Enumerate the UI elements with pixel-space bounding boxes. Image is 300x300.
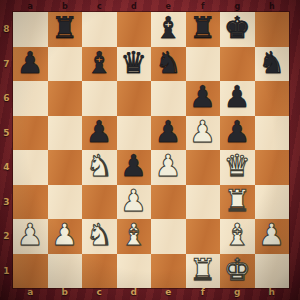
square-h7[interactable]: ♞ <box>255 47 290 82</box>
rank-label-2: 2 <box>0 219 13 254</box>
square-d7[interactable]: ♛ <box>117 47 152 82</box>
square-b2[interactable]: ♟ <box>48 219 83 254</box>
file-label-bottom-h: h <box>255 285 290 299</box>
square-f3[interactable] <box>186 185 221 220</box>
square-c5[interactable]: ♟ <box>82 116 117 151</box>
black-pawn: ♟ <box>120 151 147 181</box>
black-pawn: ♟ <box>224 82 251 112</box>
square-c1[interactable] <box>82 254 117 289</box>
black-pawn: ♟ <box>86 117 113 147</box>
square-g2[interactable]: ♝ <box>220 219 255 254</box>
rank-label-4: 4 <box>0 150 13 185</box>
square-e1[interactable] <box>151 254 186 289</box>
square-b5[interactable] <box>48 116 83 151</box>
rank-label-3: 3 <box>0 185 13 220</box>
square-g8[interactable]: ♚ <box>220 12 255 47</box>
square-b8[interactable]: ♜ <box>48 12 83 47</box>
chess-diagram: abcdefgh 87654321 ♜♝♜♚♟♝♛♞♞♟♟♟♟♟♟♞♟♟♛♟♜♟… <box>0 0 300 300</box>
square-a4[interactable] <box>13 150 48 185</box>
square-h8[interactable] <box>255 12 290 47</box>
white-pawn: ♟ <box>17 220 44 250</box>
white-rook: ♜ <box>189 255 216 285</box>
square-a8[interactable] <box>13 12 48 47</box>
square-h6[interactable] <box>255 81 290 116</box>
white-pawn: ♟ <box>155 151 182 181</box>
black-pawn: ♟ <box>189 82 216 112</box>
square-a3[interactable] <box>13 185 48 220</box>
square-b6[interactable] <box>48 81 83 116</box>
black-bishop: ♝ <box>86 48 113 78</box>
file-label-bottom-c: c <box>82 285 117 299</box>
rank-label-5: 5 <box>0 116 13 151</box>
square-d8[interactable] <box>117 12 152 47</box>
white-pawn: ♟ <box>258 220 285 250</box>
white-knight: ♞ <box>86 151 113 181</box>
square-e4[interactable]: ♟ <box>151 150 186 185</box>
white-queen: ♛ <box>224 151 251 181</box>
square-d4[interactable]: ♟ <box>117 150 152 185</box>
square-f5[interactable]: ♟ <box>186 116 221 151</box>
square-h2[interactable]: ♟ <box>255 219 290 254</box>
square-c3[interactable] <box>82 185 117 220</box>
white-pawn: ♟ <box>189 117 216 147</box>
file-label-bottom-e: e <box>151 285 186 299</box>
black-pawn: ♟ <box>224 117 251 147</box>
square-e2[interactable] <box>151 219 186 254</box>
square-e6[interactable] <box>151 81 186 116</box>
square-e7[interactable]: ♞ <box>151 47 186 82</box>
square-g6[interactable]: ♟ <box>220 81 255 116</box>
square-e5[interactable]: ♟ <box>151 116 186 151</box>
square-a5[interactable] <box>13 116 48 151</box>
square-f4[interactable] <box>186 150 221 185</box>
square-g1[interactable]: ♚ <box>220 254 255 289</box>
black-knight: ♞ <box>155 48 182 78</box>
square-g4[interactable]: ♛ <box>220 150 255 185</box>
file-label-top-d: d <box>117 0 152 12</box>
white-pawn: ♟ <box>120 186 147 216</box>
square-d6[interactable] <box>117 81 152 116</box>
rank-label-6: 6 <box>0 81 13 116</box>
black-bishop: ♝ <box>155 13 182 43</box>
square-g3[interactable]: ♜ <box>220 185 255 220</box>
file-label-bottom-d: d <box>117 285 152 299</box>
square-e3[interactable] <box>151 185 186 220</box>
square-b1[interactable] <box>48 254 83 289</box>
white-bishop: ♝ <box>120 220 147 250</box>
square-f7[interactable] <box>186 47 221 82</box>
square-c4[interactable]: ♞ <box>82 150 117 185</box>
black-pawn: ♟ <box>155 117 182 147</box>
square-h4[interactable] <box>255 150 290 185</box>
square-e8[interactable]: ♝ <box>151 12 186 47</box>
rank-label-1: 1 <box>0 254 13 289</box>
file-label-top-a: a <box>13 0 48 12</box>
black-knight: ♞ <box>258 48 285 78</box>
file-label-bottom-b: b <box>48 285 83 299</box>
square-d5[interactable] <box>117 116 152 151</box>
white-bishop: ♝ <box>224 220 251 250</box>
square-a2[interactable]: ♟ <box>13 219 48 254</box>
file-labels-bottom: abcdefgh <box>13 285 289 299</box>
chess-board: ♜♝♜♚♟♝♛♞♞♟♟♟♟♟♟♞♟♟♛♟♜♟♟♞♝♝♟♜♚ <box>13 12 289 288</box>
square-c6[interactable] <box>82 81 117 116</box>
square-b3[interactable] <box>48 185 83 220</box>
white-knight: ♞ <box>86 220 113 250</box>
rank-label-8: 8 <box>0 12 13 47</box>
black-king: ♚ <box>224 13 251 43</box>
square-h5[interactable] <box>255 116 290 151</box>
square-f8[interactable]: ♜ <box>186 12 221 47</box>
file-label-bottom-a: a <box>13 285 48 299</box>
square-a1[interactable] <box>13 254 48 289</box>
square-f2[interactable] <box>186 219 221 254</box>
square-h3[interactable] <box>255 185 290 220</box>
square-g7[interactable] <box>220 47 255 82</box>
black-pawn: ♟ <box>17 48 44 78</box>
square-c8[interactable] <box>82 12 117 47</box>
black-rook: ♜ <box>189 13 216 43</box>
square-b7[interactable] <box>48 47 83 82</box>
file-label-top-h: h <box>255 0 290 12</box>
black-rook: ♜ <box>51 13 78 43</box>
square-g5[interactable]: ♟ <box>220 116 255 151</box>
white-king: ♚ <box>224 255 251 285</box>
square-f6[interactable]: ♟ <box>186 81 221 116</box>
square-d1[interactable] <box>117 254 152 289</box>
square-f1[interactable]: ♜ <box>186 254 221 289</box>
file-label-bottom-f: f <box>186 285 221 299</box>
white-rook: ♜ <box>224 186 251 216</box>
white-pawn: ♟ <box>51 220 78 250</box>
square-c2[interactable]: ♞ <box>82 219 117 254</box>
file-label-bottom-g: g <box>220 285 255 299</box>
square-h1[interactable] <box>255 254 290 289</box>
rank-label-7: 7 <box>0 47 13 82</box>
square-b4[interactable] <box>48 150 83 185</box>
square-a6[interactable] <box>13 81 48 116</box>
file-label-top-c: c <box>82 0 117 12</box>
rank-labels-left: 87654321 <box>0 12 13 288</box>
square-d2[interactable]: ♝ <box>117 219 152 254</box>
black-queen: ♛ <box>120 48 147 78</box>
square-a7[interactable]: ♟ <box>13 47 48 82</box>
square-c7[interactable]: ♝ <box>82 47 117 82</box>
square-d3[interactable]: ♟ <box>117 185 152 220</box>
